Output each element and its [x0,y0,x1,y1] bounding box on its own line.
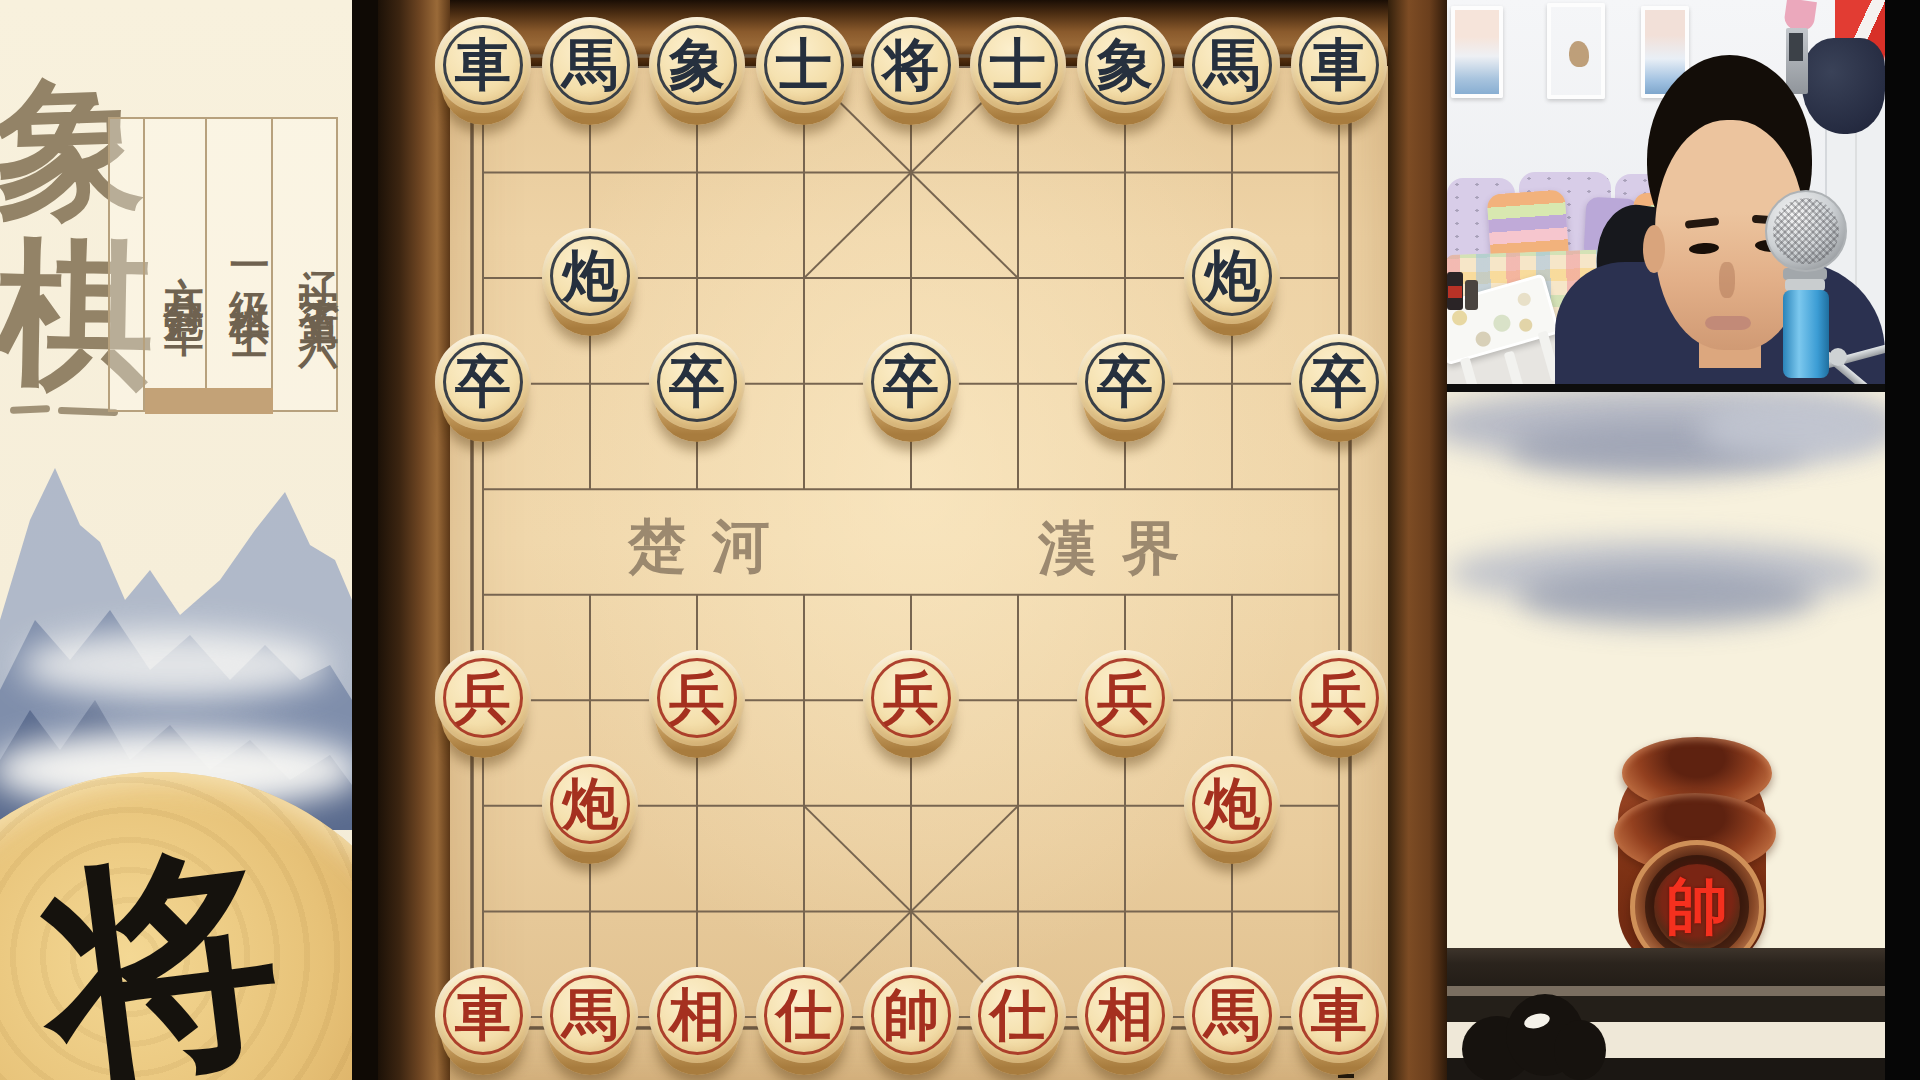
wall-device [1786,28,1808,94]
board-frame-right [1388,0,1447,1080]
shelf-edge [1447,948,1885,986]
mic-mount-joint [1829,348,1847,366]
cloud-band [1697,398,1885,460]
person-ear [1643,225,1665,273]
mouse-cursor [1336,1054,1356,1078]
mist-art [20,630,330,700]
jar [1447,272,1463,310]
river-label-right: 漢界 [1038,510,1206,588]
cat-silhouette [1462,992,1612,1080]
navy-bag [1802,38,1885,134]
seal-disc-character: 将 [14,833,309,1080]
board-frame-left [378,0,450,1080]
right-black-bar [1885,0,1920,1080]
webcam-bottom-bar [1447,384,1885,392]
cloud-band [1517,568,1817,626]
microphone-head [1765,190,1847,272]
right-decor-panel: 帥 [1447,392,1885,1080]
left-decor-panel: 象 棋 辽宁省第六 一级棋士 六县冠军 将 [0,0,352,1080]
person-nose [1719,262,1735,298]
stream-screenshot: 象 棋 辽宁省第六 一级棋士 六县冠军 将 楚河 漢界 車馬象士将士象馬車炮炮卒… [0,0,1920,1080]
stack-face-character: 帥 [1666,865,1728,949]
webcam-video [1447,0,1885,392]
jar [1465,280,1478,310]
title-box: 辽宁省第六 一级棋士 六县冠军 [108,117,338,412]
signature-dash [10,405,50,414]
title-column-champion: 六县冠军 [147,147,203,397]
divider-bar [352,0,378,1080]
title-column-rank: 一级棋士 [209,147,269,397]
wall-art-frame [1451,6,1503,98]
wall-art-frame-deer [1547,3,1605,99]
title-column-province: 辽宁省第六 [276,135,338,411]
title-box-divider [143,119,145,410]
microphone-body [1783,290,1829,378]
board-surface[interactable] [450,0,1388,1080]
river-label-left: 楚河 [628,508,796,586]
person-mouth [1705,316,1751,330]
board-frame-top [378,0,1447,66]
